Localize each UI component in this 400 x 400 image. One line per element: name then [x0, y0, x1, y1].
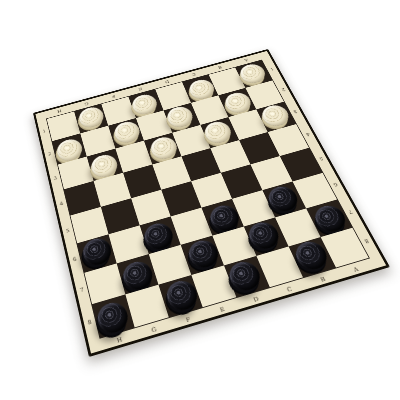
checker-white-G1[interactable]: [77, 105, 106, 130]
photo-backdrop: 1234567812345678HGFEDCBAHGFEDCBA: [0, 0, 400, 400]
checkers-board: 1234567812345678HGFEDCBAHGFEDCBA: [33, 49, 390, 357]
file-label-bottom-E: E: [214, 303, 231, 315]
checker-black-H8[interactable]: [95, 299, 131, 336]
rank-label-left-6: 6: [69, 255, 80, 265]
rank-label-right-4: 4: [302, 130, 313, 138]
rank-label-right-2: 2: [278, 86, 288, 93]
file-label-bottom-F: F: [180, 314, 196, 327]
rank-label-right-1: 1: [267, 65, 277, 72]
rank-label-left-8: 8: [84, 317, 95, 328]
rank-label-left-2: 2: [45, 150, 54, 158]
checker-white-A3[interactable]: [259, 103, 293, 129]
rank-label-right-5: 5: [315, 154, 327, 163]
file-label-bottom-B: B: [314, 274, 331, 286]
rank-label-left-5: 5: [63, 226, 73, 235]
file-label-bottom-G: G: [146, 324, 162, 337]
board-playing-area: [46, 60, 370, 339]
file-label-bottom-H: H: [111, 334, 127, 347]
rank-label-left-3: 3: [51, 174, 61, 182]
file-label-bottom-A: A: [347, 264, 364, 276]
rank-label-left-4: 4: [57, 199, 67, 208]
checker-black-H6[interactable]: [80, 235, 114, 268]
file-label-bottom-C: C: [281, 284, 298, 296]
rank-label-left-7: 7: [77, 285, 88, 296]
rank-label-left-1: 1: [40, 128, 49, 136]
rank-label-right-3: 3: [290, 107, 301, 115]
file-label-bottom-D: D: [248, 293, 265, 305]
checker-white-D2[interactable]: [164, 104, 195, 129]
